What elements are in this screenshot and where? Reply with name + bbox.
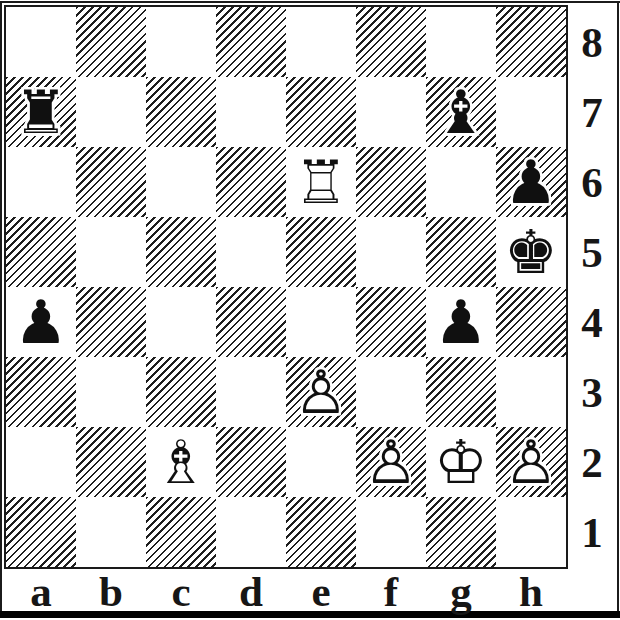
square-e7 xyxy=(286,77,356,147)
white-pawn-glyph: ♙ xyxy=(356,427,426,497)
piece-white-king: ♚♔ xyxy=(426,427,496,497)
square-a3 xyxy=(6,357,76,427)
square-g5 xyxy=(426,217,496,287)
piece-white-bishop: ♝♗ xyxy=(146,427,216,497)
square-g6 xyxy=(426,147,496,217)
square-e3: ♟♙ xyxy=(286,357,356,427)
rank-label-8: 8 xyxy=(568,7,616,77)
square-c1 xyxy=(146,497,216,567)
square-e5 xyxy=(286,217,356,287)
rank-label-1: 1 xyxy=(568,497,616,567)
piece-black-pawn: ♟♟ xyxy=(6,287,76,357)
square-f3 xyxy=(356,357,426,427)
square-e6: ♜♖ xyxy=(286,147,356,217)
square-b2 xyxy=(76,427,146,497)
square-a5 xyxy=(6,217,76,287)
square-c5 xyxy=(146,217,216,287)
white-bishop-glyph: ♗ xyxy=(146,427,216,497)
square-c3 xyxy=(146,357,216,427)
white-king-glyph: ♔ xyxy=(426,427,496,497)
square-d5 xyxy=(216,217,286,287)
square-d4 xyxy=(216,287,286,357)
square-b3 xyxy=(76,357,146,427)
square-h4 xyxy=(496,287,566,357)
rank-label-7: 7 xyxy=(568,77,616,147)
square-e8 xyxy=(286,7,356,77)
square-b7 xyxy=(76,77,146,147)
square-b4 xyxy=(76,287,146,357)
left-rule xyxy=(0,1,2,612)
top-rule xyxy=(0,1,620,3)
square-g8 xyxy=(426,7,496,77)
file-label-b: b xyxy=(76,567,146,616)
piece-black-pawn: ♟♟ xyxy=(426,287,496,357)
square-a1 xyxy=(6,497,76,567)
square-e1 xyxy=(286,497,356,567)
piece-white-pawn: ♟♙ xyxy=(356,427,426,497)
square-f7 xyxy=(356,77,426,147)
file-label-e: e xyxy=(286,567,356,616)
file-label-f: f xyxy=(356,567,426,616)
rank-label-5: 5 xyxy=(568,217,616,287)
piece-black-bishop: ♝♝ xyxy=(426,77,496,147)
square-h3 xyxy=(496,357,566,427)
rank-labels: 8 7 6 5 4 3 2 1 xyxy=(568,7,616,567)
square-g1 xyxy=(426,497,496,567)
white-pawn-glyph: ♙ xyxy=(286,357,356,427)
square-c8 xyxy=(146,7,216,77)
file-label-a: a xyxy=(6,567,76,616)
square-b5 xyxy=(76,217,146,287)
square-f1 xyxy=(356,497,426,567)
square-a6 xyxy=(6,147,76,217)
square-f8 xyxy=(356,7,426,77)
rank-label-2: 2 xyxy=(568,427,616,497)
piece-white-pawn: ♟♙ xyxy=(286,357,356,427)
square-c6 xyxy=(146,147,216,217)
black-king-glyph: ♚ xyxy=(496,217,566,287)
square-c7 xyxy=(146,77,216,147)
black-pawn-glyph: ♟ xyxy=(426,287,496,357)
square-g2: ♚♔ xyxy=(426,427,496,497)
square-e4 xyxy=(286,287,356,357)
black-bishop-glyph: ♝ xyxy=(426,77,496,147)
square-h2: ♟♙ xyxy=(496,427,566,497)
right-rule xyxy=(617,1,619,612)
square-f4 xyxy=(356,287,426,357)
rank-label-6: 6 xyxy=(568,147,616,217)
piece-white-pawn: ♟♙ xyxy=(496,427,566,497)
square-e2 xyxy=(286,427,356,497)
square-f5 xyxy=(356,217,426,287)
square-h6: ♟♟ xyxy=(496,147,566,217)
black-pawn-glyph: ♟ xyxy=(6,287,76,357)
square-g4: ♟♟ xyxy=(426,287,496,357)
square-h7 xyxy=(496,77,566,147)
square-g3 xyxy=(426,357,496,427)
square-d2 xyxy=(216,427,286,497)
square-c4 xyxy=(146,287,216,357)
piece-white-rook: ♜♖ xyxy=(286,147,356,217)
rank-label-3: 3 xyxy=(568,357,616,427)
rank-label-4: 4 xyxy=(568,287,616,357)
square-f6 xyxy=(356,147,426,217)
square-b1 xyxy=(76,497,146,567)
square-a8 xyxy=(6,7,76,77)
square-d8 xyxy=(216,7,286,77)
square-b8 xyxy=(76,7,146,77)
white-rook-glyph: ♖ xyxy=(286,147,356,217)
square-h8 xyxy=(496,7,566,77)
file-label-d: d xyxy=(216,567,286,616)
square-g7: ♝♝ xyxy=(426,77,496,147)
piece-black-king: ♚♚ xyxy=(496,217,566,287)
square-a2 xyxy=(6,427,76,497)
square-d1 xyxy=(216,497,286,567)
square-a4: ♟♟ xyxy=(6,287,76,357)
square-a7: ♜♜ xyxy=(6,77,76,147)
file-label-h: h xyxy=(496,567,566,616)
square-h5: ♚♚ xyxy=(496,217,566,287)
chess-board: ♜♜♝♝♜♖♟♟♚♚♟♟♟♟♟♙♝♗♟♙♚♔♟♙ xyxy=(4,5,568,569)
square-d3 xyxy=(216,357,286,427)
chess-diagram: ♜♜♝♝♜♖♟♟♚♚♟♟♟♟♟♙♝♗♟♙♚♔♟♙ 8 7 6 5 4 3 2 1… xyxy=(0,0,620,620)
file-label-c: c xyxy=(146,567,216,616)
black-rook-glyph: ♜ xyxy=(6,77,76,147)
square-f2: ♟♙ xyxy=(356,427,426,497)
piece-black-rook: ♜♜ xyxy=(6,77,76,147)
square-d7 xyxy=(216,77,286,147)
square-b6 xyxy=(76,147,146,217)
black-pawn-glyph: ♟ xyxy=(496,147,566,217)
square-h1 xyxy=(496,497,566,567)
file-labels: a b c d e f g h xyxy=(6,567,566,611)
square-d6 xyxy=(216,147,286,217)
square-c2: ♝♗ xyxy=(146,427,216,497)
file-label-g: g xyxy=(426,567,496,616)
piece-black-pawn: ♟♟ xyxy=(496,147,566,217)
white-pawn-glyph: ♙ xyxy=(496,427,566,497)
